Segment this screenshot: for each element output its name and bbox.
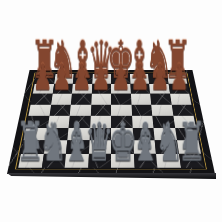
product-photo-chess-set: ♜♞♝♛♚♝♞♜♟♟♟♟♟♟♟♟♟♟♟♟♟♟♟♟♜♞♝♛♚♝♞♜: [0, 0, 222, 222]
piece-copper-rook: ♜: [164, 37, 192, 84]
square-h5[interactable]: [171, 104, 193, 115]
square-d1[interactable]: ♛: [88, 154, 111, 168]
square-b5[interactable]: [49, 104, 71, 115]
square-h4[interactable]: [173, 116, 196, 128]
board-perspective-scene: ♜♞♝♛♚♝♞♜♟♟♟♟♟♟♟♟♟♟♟♟♟♟♟♟♜♞♝♛♚♝♞♜: [7, 0, 215, 174]
square-b8[interactable]: ♞: [54, 74, 74, 84]
square-h8[interactable]: ♜: [167, 74, 187, 84]
square-c2[interactable]: ♟: [66, 140, 89, 153]
chess-board: ♜♞♝♛♚♝♞♜♟♟♟♟♟♟♟♟♟♟♟♟♟♟♟♟♜♞♝♛♚♝♞♜: [7, 70, 215, 174]
square-b3[interactable]: [45, 128, 68, 141]
square-g3[interactable]: [153, 128, 176, 141]
square-d6[interactable]: [91, 94, 111, 105]
square-g4[interactable]: [152, 116, 174, 128]
square-f7[interactable]: ♟: [130, 84, 150, 94]
square-b4[interactable]: [47, 116, 69, 128]
square-h7[interactable]: ♟: [168, 84, 189, 94]
square-d5[interactable]: [90, 104, 111, 115]
square-d7[interactable]: ♟: [91, 84, 111, 94]
square-f1[interactable]: ♝: [133, 154, 157, 168]
square-b1[interactable]: ♞: [41, 154, 66, 168]
square-e8[interactable]: ♚: [111, 74, 130, 84]
square-c4[interactable]: [69, 116, 91, 128]
board-side-edge: [7, 173, 216, 179]
square-a2[interactable]: ♟: [21, 140, 45, 153]
square-f3[interactable]: [132, 128, 154, 141]
square-e3[interactable]: [111, 128, 133, 141]
square-h3[interactable]: [175, 128, 199, 141]
square-h6[interactable]: [170, 94, 192, 105]
square-a5[interactable]: [28, 104, 50, 115]
square-g5[interactable]: [151, 104, 173, 115]
square-c6[interactable]: [71, 94, 92, 105]
square-g2[interactable]: ♟: [155, 140, 179, 153]
square-f2[interactable]: ♟: [133, 140, 156, 153]
square-a1[interactable]: ♜: [18, 154, 43, 168]
square-e5[interactable]: [111, 104, 132, 115]
square-e2[interactable]: ♟: [111, 140, 133, 153]
square-e1[interactable]: ♚: [111, 154, 134, 168]
square-g1[interactable]: ♞: [156, 154, 181, 168]
square-a8[interactable]: ♜: [35, 74, 55, 84]
square-c8[interactable]: ♝: [73, 74, 93, 84]
square-a4[interactable]: [26, 116, 49, 128]
square-f8[interactable]: ♝: [130, 74, 150, 84]
square-e6[interactable]: [111, 94, 131, 105]
square-b2[interactable]: ♟: [44, 140, 68, 153]
board-squares-grid: ♜♞♝♛♚♝♞♜♟♟♟♟♟♟♟♟♟♟♟♟♟♟♟♟♜♞♝♛♚♝♞♜: [18, 74, 204, 168]
square-a6[interactable]: [31, 94, 53, 105]
square-a7[interactable]: ♟: [33, 84, 54, 94]
square-c1[interactable]: ♝: [65, 154, 89, 168]
square-b6[interactable]: [51, 94, 72, 105]
square-h1[interactable]: ♜: [178, 154, 203, 168]
square-d2[interactable]: ♟: [89, 140, 111, 153]
square-f5[interactable]: [131, 104, 152, 115]
square-h2[interactable]: ♟: [177, 140, 201, 153]
square-b7[interactable]: ♟: [52, 84, 73, 94]
square-e4[interactable]: [111, 116, 132, 128]
square-g6[interactable]: [150, 94, 171, 105]
square-c5[interactable]: [70, 104, 91, 115]
square-a3[interactable]: [24, 128, 48, 141]
square-f4[interactable]: [132, 116, 154, 128]
square-e7[interactable]: ♟: [111, 84, 131, 94]
square-c3[interactable]: [67, 128, 89, 141]
square-c7[interactable]: ♟: [72, 84, 92, 94]
square-g8[interactable]: ♞: [148, 74, 168, 84]
square-d4[interactable]: [90, 116, 111, 128]
square-g7[interactable]: ♟: [149, 84, 170, 94]
square-d3[interactable]: [89, 128, 111, 141]
square-f6[interactable]: [131, 94, 152, 105]
square-d8[interactable]: ♛: [92, 74, 111, 84]
